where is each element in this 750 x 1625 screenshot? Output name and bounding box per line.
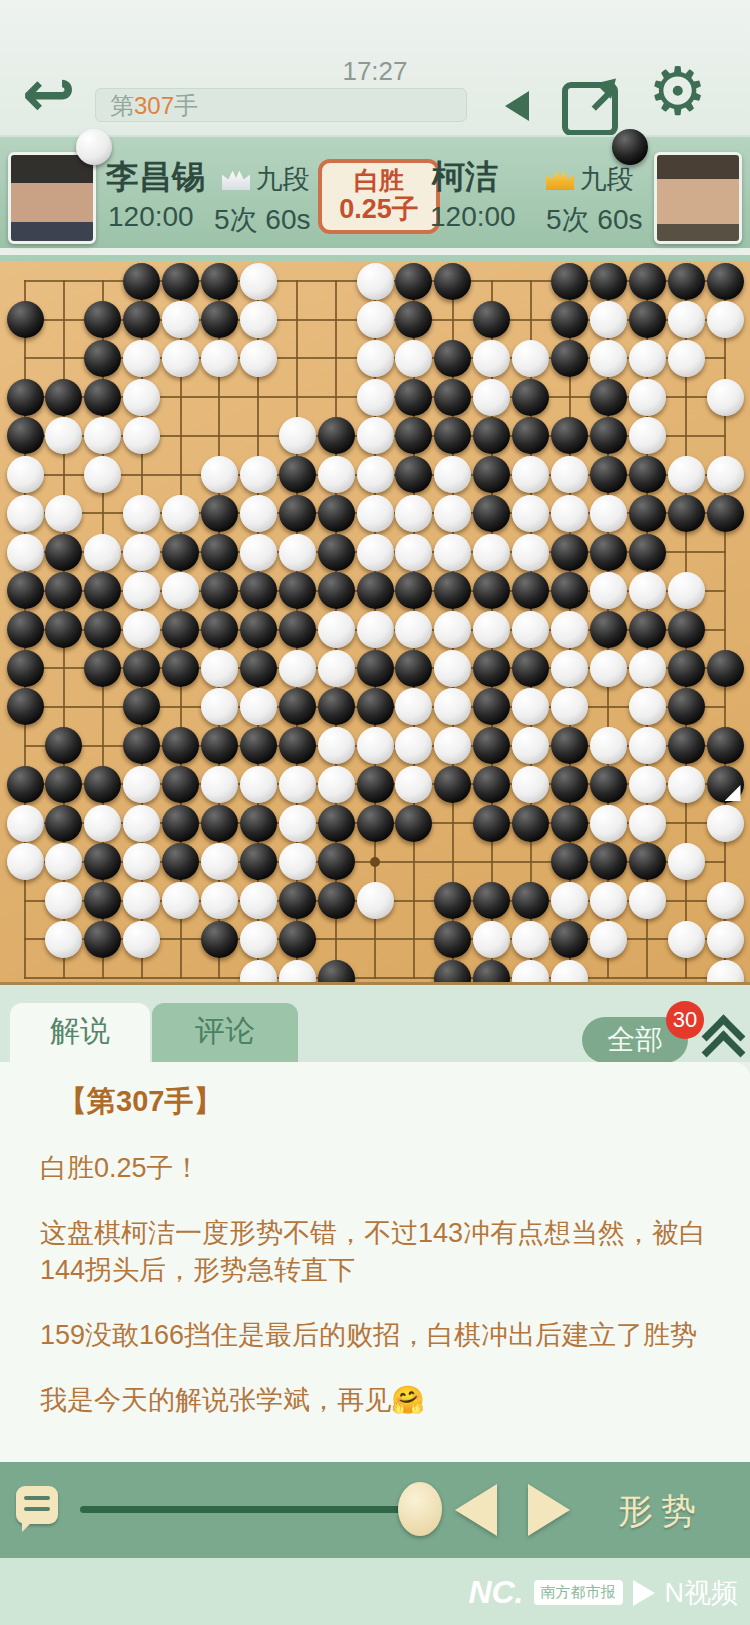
white-stone: [123, 534, 160, 571]
move-number: 307: [134, 92, 174, 119]
white-stone: [395, 727, 432, 764]
white-stone: [512, 727, 549, 764]
nc-logo: NC.: [468, 1574, 523, 1611]
white-stone: [551, 882, 588, 919]
white-stone: [7, 534, 44, 571]
black-stone: [668, 688, 705, 725]
white-rank-label: 九段: [256, 161, 310, 197]
nvideo-label: N视频: [665, 1575, 739, 1611]
black-stone: [473, 301, 510, 338]
black-stone: [551, 301, 588, 338]
white-stone: [240, 340, 277, 377]
board-top-strip: [0, 255, 750, 261]
black-stone: [551, 263, 588, 300]
white-stone: [7, 843, 44, 880]
prev-move-button[interactable]: [455, 1484, 497, 1536]
commentary-panel[interactable]: 【第307手】 白胜0.25子！ 这盘棋柯洁一度形势不错，不过143冲有点想当然…: [0, 1062, 750, 1462]
go-board[interactable]: [0, 255, 750, 985]
black-stone: [590, 534, 627, 571]
black-stone: [590, 379, 627, 416]
white-stone: [590, 805, 627, 842]
white-stone: [434, 727, 471, 764]
commentary-title: 【第307手】: [58, 1082, 710, 1122]
black-stone: [279, 572, 316, 609]
black-stone: [318, 960, 355, 986]
black-stone: [590, 417, 627, 454]
white-stone: [201, 340, 238, 377]
white-stone: [551, 960, 588, 986]
black-stone: [84, 882, 121, 919]
white-stone: [201, 843, 238, 880]
white-stone: [668, 766, 705, 803]
black-stone: [279, 882, 316, 919]
star-point: [370, 857, 380, 867]
white-stone: [512, 766, 549, 803]
black-stone: [7, 650, 44, 687]
black-stone: [84, 611, 121, 648]
white-stone: [551, 495, 588, 532]
white-stone: [629, 417, 666, 454]
white-stone: [318, 456, 355, 493]
white-stone: [590, 727, 627, 764]
black-player-name: 柯洁: [432, 155, 498, 200]
black-stone: [512, 379, 549, 416]
white-player-name: 李昌锡: [106, 155, 205, 200]
commentary-paragraph: 159没敢166挡住是最后的败招，白棋冲出后建立了胜势: [40, 1317, 710, 1354]
black-stone: [473, 882, 510, 919]
white-stone: [162, 495, 199, 532]
black-stone: [629, 495, 666, 532]
white-stone: [512, 611, 549, 648]
black-stone: [240, 727, 277, 764]
white-stone: [590, 301, 627, 338]
white-stone: [395, 611, 432, 648]
black-stone: [512, 417, 549, 454]
result-line1: 白胜: [322, 166, 436, 194]
black-stone: [434, 379, 471, 416]
white-stone: [7, 805, 44, 842]
white-stone: [123, 495, 160, 532]
back-button-icon[interactable]: ↩: [22, 62, 76, 126]
black-stone: [7, 611, 44, 648]
white-stone: [357, 534, 394, 571]
white-stone: [45, 495, 82, 532]
black-stone: [512, 572, 549, 609]
white-stone: [512, 456, 549, 493]
black-stone: [162, 843, 199, 880]
white-stone: [395, 340, 432, 377]
black-stone: [473, 650, 510, 687]
black-stone: [318, 843, 355, 880]
white-stone: [551, 456, 588, 493]
black-stone: [434, 882, 471, 919]
black-stone: [240, 843, 277, 880]
black-stone: [707, 766, 744, 803]
black-stone: [279, 456, 316, 493]
result-stamp: 白胜 0.25子: [318, 159, 440, 234]
white-stone: [45, 843, 82, 880]
white-stone: [512, 495, 549, 532]
white-stone: [590, 650, 627, 687]
black-stone: [668, 611, 705, 648]
white-stone: [512, 960, 549, 986]
black-stone: [512, 882, 549, 919]
black-stone: [240, 572, 277, 609]
black-stone: [45, 611, 82, 648]
black-stone: [240, 805, 277, 842]
situation-button[interactable]: 形势: [618, 1488, 704, 1535]
white-stone: [668, 340, 705, 377]
white-stone: [45, 417, 82, 454]
white-stone: [707, 882, 744, 919]
bottom-toolbar: 形势: [0, 1462, 750, 1558]
black-stone: [551, 417, 588, 454]
white-stone: [240, 301, 277, 338]
black-stone: [512, 805, 549, 842]
black-stone: [590, 456, 627, 493]
white-stone: [240, 882, 277, 919]
black-stone: [201, 611, 238, 648]
black-stone: [318, 805, 355, 842]
white-stone: [240, 688, 277, 725]
black-stone: [201, 921, 238, 958]
black-stone: [123, 688, 160, 725]
black-stone: [123, 263, 160, 300]
white-stone: [512, 340, 549, 377]
black-stone: [629, 301, 666, 338]
paper-badge: 南方都市报: [534, 1580, 623, 1605]
black-stone: [84, 301, 121, 338]
black-stone: [473, 805, 510, 842]
black-stone: [707, 263, 744, 300]
status-time: 17:27: [0, 56, 750, 87]
white-stone: [395, 495, 432, 532]
black-stone: [357, 572, 394, 609]
white-stone: [707, 379, 744, 416]
black-stone: [395, 456, 432, 493]
black-byoyomi: 5次 60s: [546, 201, 643, 239]
silver-crown-icon: [222, 168, 250, 190]
white-stone: [357, 611, 394, 648]
white-stone: [123, 766, 160, 803]
black-stone: [123, 727, 160, 764]
white-main-time: 120:00: [108, 201, 194, 233]
black-stone: [84, 340, 121, 377]
black-stone: [395, 417, 432, 454]
black-stone: [45, 379, 82, 416]
black-stone: [201, 301, 238, 338]
white-stone: [629, 766, 666, 803]
play-logo-icon: [633, 1580, 655, 1606]
move-progress-field[interactable]: 第307手: [95, 88, 467, 122]
white-stone: [162, 340, 199, 377]
black-stone: [395, 301, 432, 338]
black-player-rank: 九段: [546, 161, 634, 197]
white-stone: [279, 766, 316, 803]
white-stone: [240, 495, 277, 532]
white-stone: [551, 688, 588, 725]
black-stone: [240, 650, 277, 687]
white-stone: [473, 534, 510, 571]
black-rank-label: 九段: [580, 161, 634, 197]
black-stone: [590, 766, 627, 803]
black-stone: [7, 688, 44, 725]
black-stone: [201, 534, 238, 571]
black-stone: [162, 805, 199, 842]
black-stone: [162, 611, 199, 648]
white-stone: [84, 534, 121, 571]
black-stone: [707, 495, 744, 532]
white-stone: [512, 921, 549, 958]
white-stone: [629, 379, 666, 416]
black-stone: [45, 572, 82, 609]
white-stone: [84, 456, 121, 493]
black-stone: [279, 495, 316, 532]
black-stone: [551, 921, 588, 958]
white-stone: [512, 534, 549, 571]
white-stone: [279, 534, 316, 571]
black-player-avatar[interactable]: [654, 152, 742, 244]
black-stone: [590, 263, 627, 300]
gold-crown-icon: [546, 168, 574, 190]
white-stone: [668, 456, 705, 493]
header: 17:27 ↩ 第307手 ⚙: [0, 0, 750, 135]
white-stone: [357, 727, 394, 764]
black-stone: [162, 650, 199, 687]
white-stone: [240, 921, 277, 958]
black-stone: [84, 843, 121, 880]
black-stone: [473, 495, 510, 532]
black-stone: [279, 611, 316, 648]
black-stone: [668, 263, 705, 300]
black-stone: [318, 495, 355, 532]
black-stone: [123, 650, 160, 687]
white-stone: [395, 688, 432, 725]
black-stone: [551, 766, 588, 803]
next-move-button[interactable]: [528, 1484, 570, 1536]
white-stone: [668, 301, 705, 338]
black-stone: [395, 572, 432, 609]
collapse-left-icon[interactable]: [505, 91, 529, 121]
black-stone: [512, 650, 549, 687]
white-stone: [123, 611, 160, 648]
white-stone: [590, 340, 627, 377]
black-stone: [201, 727, 238, 764]
black-stone: [668, 727, 705, 764]
black-stone: [318, 534, 355, 571]
black-stone: [434, 766, 471, 803]
black-stone: [318, 688, 355, 725]
white-stone: [357, 495, 394, 532]
black-stone: [357, 650, 394, 687]
white-stone: [473, 921, 510, 958]
white-player-rank: 九段: [222, 161, 310, 197]
white-stone: [629, 688, 666, 725]
white-stone: [473, 379, 510, 416]
black-stone: [668, 650, 705, 687]
black-stone: [201, 572, 238, 609]
black-stone: [7, 301, 44, 338]
white-stone: [395, 534, 432, 571]
black-stone: [473, 688, 510, 725]
black-stone: [279, 727, 316, 764]
white-stone: [629, 650, 666, 687]
white-stone: [473, 611, 510, 648]
black-stone: [434, 263, 471, 300]
black-stone: [357, 766, 394, 803]
all-filter-label: 全部: [607, 1024, 663, 1055]
move-prefix: 第: [110, 92, 134, 119]
white-stone: [201, 456, 238, 493]
black-stone: [395, 263, 432, 300]
black-stone: [162, 766, 199, 803]
white-stone: [240, 534, 277, 571]
white-stone: [590, 572, 627, 609]
white-stone: [123, 417, 160, 454]
white-stone: [318, 650, 355, 687]
black-stone: [434, 921, 471, 958]
white-stone: [551, 650, 588, 687]
black-stone: [668, 495, 705, 532]
white-stone: [629, 805, 666, 842]
white-stone: [201, 650, 238, 687]
black-stone: [7, 417, 44, 454]
black-stone: [201, 495, 238, 532]
black-stone: [279, 921, 316, 958]
black-stone: [84, 379, 121, 416]
white-stone: [668, 921, 705, 958]
white-stone: [123, 921, 160, 958]
white-stone: [240, 263, 277, 300]
black-stone: [629, 843, 666, 880]
white-stone: [629, 727, 666, 764]
white-stone: [123, 805, 160, 842]
black-stone: [84, 921, 121, 958]
white-stone: [434, 688, 471, 725]
black-stone: [162, 534, 199, 571]
collapse-up-icon[interactable]: [702, 1019, 742, 1063]
black-stone: [473, 727, 510, 764]
white-stone: [162, 301, 199, 338]
white-stone: [279, 650, 316, 687]
white-stone: [123, 572, 160, 609]
white-stone: [590, 882, 627, 919]
black-stone: [7, 766, 44, 803]
white-stone: [434, 495, 471, 532]
black-stone: [318, 882, 355, 919]
tab-comments[interactable]: 评论: [152, 1003, 298, 1062]
white-stone: [473, 340, 510, 377]
white-stone: [707, 805, 744, 842]
black-stone: [240, 611, 277, 648]
white-stone: [707, 301, 744, 338]
black-stone: [629, 534, 666, 571]
black-stone: [395, 379, 432, 416]
black-stone: [45, 766, 82, 803]
white-stone: [123, 843, 160, 880]
black-stone: [551, 805, 588, 842]
black-stone: [707, 727, 744, 764]
white-stone: [707, 921, 744, 958]
share-icon[interactable]: [562, 82, 618, 136]
black-stone: [123, 301, 160, 338]
white-stone: [240, 960, 277, 986]
black-stone: [551, 534, 588, 571]
white-stone: [162, 572, 199, 609]
white-stone: [590, 921, 627, 958]
white-stone: [318, 766, 355, 803]
black-stone: [707, 650, 744, 687]
white-stone: [201, 766, 238, 803]
white-stone: [629, 882, 666, 919]
black-stone: [434, 340, 471, 377]
black-stone: [7, 572, 44, 609]
settings-gear-icon[interactable]: ⚙: [648, 58, 707, 124]
black-stone: [45, 727, 82, 764]
white-stone: [357, 417, 394, 454]
white-stone: [357, 301, 394, 338]
black-stone: [357, 688, 394, 725]
white-stone: [668, 843, 705, 880]
white-stone: [434, 456, 471, 493]
white-stone: [45, 921, 82, 958]
white-stone: [162, 882, 199, 919]
white-stone: [123, 882, 160, 919]
white-stone: [201, 882, 238, 919]
white-stone: [45, 882, 82, 919]
black-stone: [395, 805, 432, 842]
white-stone: [7, 456, 44, 493]
all-filter-pill[interactable]: 全部 30: [582, 1017, 688, 1063]
white-stone: [512, 688, 549, 725]
white-stone: [84, 805, 121, 842]
white-byoyomi: 5次 60s: [214, 201, 311, 239]
white-stone: [357, 456, 394, 493]
black-stone: [473, 766, 510, 803]
white-stone: [629, 340, 666, 377]
black-stone: [395, 650, 432, 687]
black-stone: [84, 766, 121, 803]
black-stone: [7, 379, 44, 416]
black-stone: [279, 688, 316, 725]
white-stone: [551, 611, 588, 648]
white-stone: [201, 688, 238, 725]
result-line2: 0.25子: [322, 194, 436, 224]
tab-commentary[interactable]: 解说: [10, 1003, 150, 1062]
white-stone: [590, 495, 627, 532]
commentary-paragraph: 我是今天的解说张学斌，再见🤗: [40, 1382, 710, 1419]
white-stone: [357, 882, 394, 919]
grid-line: [24, 977, 726, 979]
last-move-marker: [725, 785, 741, 801]
black-main-time: 120:00: [430, 201, 516, 233]
white-stone: [395, 766, 432, 803]
black-stone: [590, 611, 627, 648]
white-stone: [279, 417, 316, 454]
black-stone: [590, 843, 627, 880]
black-stone: [318, 572, 355, 609]
white-player-avatar[interactable]: [8, 152, 96, 244]
move-slider-knob[interactable]: [398, 1482, 442, 1536]
black-stone: [162, 727, 199, 764]
black-stone: [84, 572, 121, 609]
move-slider-track[interactable]: [80, 1506, 420, 1513]
chat-icon[interactable]: [16, 1486, 58, 1524]
white-stone: [240, 766, 277, 803]
black-stone: [629, 456, 666, 493]
white-stone: [318, 727, 355, 764]
black-stone: [357, 805, 394, 842]
